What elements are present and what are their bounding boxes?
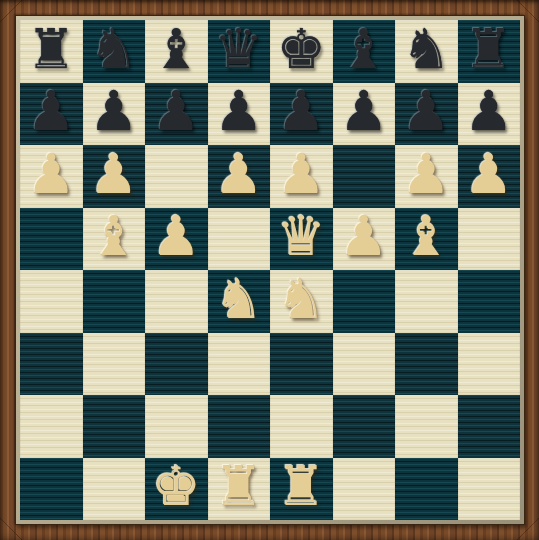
square-c5[interactable]: ♟ — [145, 208, 208, 271]
square-g5[interactable]: ♝ — [395, 208, 458, 271]
square-b8[interactable]: ♞ — [83, 20, 146, 83]
square-c7[interactable]: ♟ — [145, 83, 208, 146]
square-e4[interactable]: ♞ — [270, 270, 333, 333]
piece-black-queen[interactable]: ♛ — [214, 22, 263, 77]
square-g4[interactable] — [395, 270, 458, 333]
square-d4[interactable]: ♞ — [208, 270, 271, 333]
square-b6[interactable]: ♟ — [83, 145, 146, 208]
piece-white-pawn[interactable]: ♟ — [464, 147, 513, 202]
square-h1[interactable] — [458, 458, 521, 521]
piece-black-rook[interactable]: ♜ — [464, 22, 513, 77]
square-f4[interactable] — [333, 270, 396, 333]
piece-black-pawn[interactable]: ♟ — [339, 84, 388, 139]
square-c1[interactable]: ♚ — [145, 458, 208, 521]
piece-white-king[interactable]: ♚ — [152, 459, 201, 514]
square-d5[interactable] — [208, 208, 271, 271]
square-h8[interactable]: ♜ — [458, 20, 521, 83]
square-c8[interactable]: ♝ — [145, 20, 208, 83]
square-a4[interactable] — [20, 270, 83, 333]
piece-white-pawn[interactable]: ♟ — [89, 147, 138, 202]
square-h5[interactable] — [458, 208, 521, 271]
square-e2[interactable] — [270, 395, 333, 458]
square-f8[interactable]: ♝ — [333, 20, 396, 83]
square-e5[interactable]: ♛ — [270, 208, 333, 271]
square-g6[interactable]: ♟ — [395, 145, 458, 208]
square-f3[interactable] — [333, 333, 396, 396]
square-d2[interactable] — [208, 395, 271, 458]
piece-white-pawn[interactable]: ♟ — [27, 147, 76, 202]
square-d3[interactable] — [208, 333, 271, 396]
piece-white-pawn[interactable]: ♟ — [152, 209, 201, 264]
square-c4[interactable] — [145, 270, 208, 333]
piece-white-pawn[interactable]: ♟ — [339, 209, 388, 264]
piece-white-queen[interactable]: ♛ — [277, 209, 326, 264]
square-g3[interactable] — [395, 333, 458, 396]
piece-white-pawn[interactable]: ♟ — [277, 147, 326, 202]
square-h6[interactable]: ♟ — [458, 145, 521, 208]
piece-black-pawn[interactable]: ♟ — [402, 84, 451, 139]
square-a6[interactable]: ♟ — [20, 145, 83, 208]
piece-white-knight[interactable]: ♞ — [277, 272, 326, 327]
piece-black-bishop[interactable]: ♝ — [152, 22, 201, 77]
piece-black-rook[interactable]: ♜ — [27, 22, 76, 77]
square-a8[interactable]: ♜ — [20, 20, 83, 83]
square-d8[interactable]: ♛ — [208, 20, 271, 83]
square-c3[interactable] — [145, 333, 208, 396]
board-frame-bevel: ♜♞♝♛♚♝♞♜♟♟♟♟♟♟♟♟♟♟♟♟♟♟♝♟♛♟♝♞♞♚♜♜ — [15, 15, 525, 525]
square-a5[interactable] — [20, 208, 83, 271]
square-h3[interactable] — [458, 333, 521, 396]
piece-white-pawn[interactable]: ♟ — [214, 147, 263, 202]
square-e8[interactable]: ♚ — [270, 20, 333, 83]
piece-black-pawn[interactable]: ♟ — [277, 84, 326, 139]
piece-black-knight[interactable]: ♞ — [402, 22, 451, 77]
square-f5[interactable]: ♟ — [333, 208, 396, 271]
square-a2[interactable] — [20, 395, 83, 458]
square-b5[interactable]: ♝ — [83, 208, 146, 271]
piece-black-pawn[interactable]: ♟ — [27, 84, 76, 139]
square-a3[interactable] — [20, 333, 83, 396]
square-h4[interactable] — [458, 270, 521, 333]
square-c2[interactable] — [145, 395, 208, 458]
piece-white-bishop[interactable]: ♝ — [89, 209, 138, 264]
square-g8[interactable]: ♞ — [395, 20, 458, 83]
square-b3[interactable] — [83, 333, 146, 396]
piece-black-pawn[interactable]: ♟ — [464, 84, 513, 139]
square-d6[interactable]: ♟ — [208, 145, 271, 208]
chess-app-window: { "game": "chess", "orientation": "white… — [0, 0, 539, 540]
square-e7[interactable]: ♟ — [270, 83, 333, 146]
piece-white-rook[interactable]: ♜ — [214, 459, 263, 514]
square-b4[interactable] — [83, 270, 146, 333]
piece-black-knight[interactable]: ♞ — [89, 22, 138, 77]
square-e3[interactable] — [270, 333, 333, 396]
square-g1[interactable] — [395, 458, 458, 521]
square-g2[interactable] — [395, 395, 458, 458]
square-h2[interactable] — [458, 395, 521, 458]
piece-black-pawn[interactable]: ♟ — [152, 84, 201, 139]
square-h7[interactable]: ♟ — [458, 83, 521, 146]
piece-white-rook[interactable]: ♜ — [277, 459, 326, 514]
piece-white-bishop[interactable]: ♝ — [402, 209, 451, 264]
square-e1[interactable]: ♜ — [270, 458, 333, 521]
square-c6[interactable] — [145, 145, 208, 208]
piece-black-pawn[interactable]: ♟ — [89, 84, 138, 139]
square-b1[interactable] — [83, 458, 146, 521]
square-d1[interactable]: ♜ — [208, 458, 271, 521]
square-b2[interactable] — [83, 395, 146, 458]
square-b7[interactable]: ♟ — [83, 83, 146, 146]
square-d7[interactable]: ♟ — [208, 83, 271, 146]
chess-board[interactable]: ♜♞♝♛♚♝♞♜♟♟♟♟♟♟♟♟♟♟♟♟♟♟♝♟♛♟♝♞♞♚♜♜ — [20, 20, 520, 520]
square-e6[interactable]: ♟ — [270, 145, 333, 208]
piece-black-pawn[interactable]: ♟ — [214, 84, 263, 139]
square-f7[interactable]: ♟ — [333, 83, 396, 146]
square-f1[interactable] — [333, 458, 396, 521]
square-a1[interactable] — [20, 458, 83, 521]
piece-black-king[interactable]: ♚ — [277, 22, 326, 77]
piece-white-knight[interactable]: ♞ — [214, 272, 263, 327]
square-a7[interactable]: ♟ — [20, 83, 83, 146]
square-f6[interactable] — [333, 145, 396, 208]
piece-white-pawn[interactable]: ♟ — [402, 147, 451, 202]
square-g7[interactable]: ♟ — [395, 83, 458, 146]
square-f2[interactable] — [333, 395, 396, 458]
piece-black-bishop[interactable]: ♝ — [339, 22, 388, 77]
